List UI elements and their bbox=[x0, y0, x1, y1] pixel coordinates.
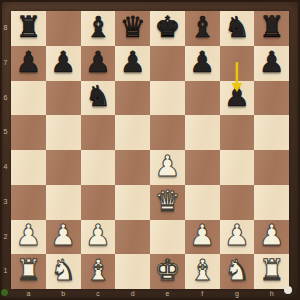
square-a1[interactable]: ♜ bbox=[11, 254, 46, 289]
piece-black-knight-g8[interactable]: ♞ bbox=[224, 13, 250, 42]
square-f6[interactable] bbox=[185, 81, 220, 116]
file-label-a: a bbox=[11, 289, 46, 300]
square-g5[interactable] bbox=[220, 115, 255, 150]
piece-black-pawn-a7[interactable]: ♟ bbox=[15, 48, 41, 77]
square-g8[interactable]: ♞ bbox=[220, 11, 255, 46]
piece-white-pawn-c2[interactable]: ♟ bbox=[85, 221, 111, 250]
file-label-g: g bbox=[220, 289, 255, 300]
square-b1[interactable]: ♞ bbox=[46, 254, 81, 289]
piece-white-pawn-f2[interactable]: ♟ bbox=[189, 221, 215, 250]
chess-app: 87654321 abcdefgh ♜♝♛♚♝♞♜♟♟♟♟♟♟♞♟♟♛♟♟♟♟♟… bbox=[0, 0, 300, 300]
square-b8[interactable] bbox=[46, 11, 81, 46]
square-e2[interactable] bbox=[150, 220, 185, 255]
rank-label-4: 4 bbox=[0, 150, 11, 185]
square-a4[interactable] bbox=[11, 150, 46, 185]
rank-label-2: 2 bbox=[0, 220, 11, 255]
piece-black-pawn-h7[interactable]: ♟ bbox=[259, 48, 285, 77]
file-label-d: d bbox=[115, 289, 150, 300]
square-f2[interactable]: ♟ bbox=[185, 220, 220, 255]
piece-black-rook-a8[interactable]: ♜ bbox=[15, 13, 41, 42]
rank-label-5: 5 bbox=[0, 115, 11, 150]
square-a8[interactable]: ♜ bbox=[11, 11, 46, 46]
piece-white-rook-a1[interactable]: ♜ bbox=[15, 256, 41, 285]
square-d4[interactable] bbox=[115, 150, 150, 185]
square-f8[interactable]: ♝ bbox=[185, 11, 220, 46]
square-e4[interactable]: ♟ bbox=[150, 150, 185, 185]
square-f7[interactable]: ♟ bbox=[185, 46, 220, 81]
square-d3[interactable] bbox=[115, 185, 150, 220]
square-d1[interactable] bbox=[115, 254, 150, 289]
square-c7[interactable]: ♟ bbox=[81, 46, 116, 81]
piece-black-pawn-d7[interactable]: ♟ bbox=[120, 48, 146, 77]
piece-black-bishop-c8[interactable]: ♝ bbox=[85, 13, 111, 42]
piece-white-knight-g1[interactable]: ♞ bbox=[224, 256, 250, 285]
square-g6[interactable]: ♟ bbox=[220, 81, 255, 116]
piece-black-pawn-b7[interactable]: ♟ bbox=[50, 48, 76, 77]
rank-label-6: 6 bbox=[0, 81, 11, 116]
piece-white-bishop-c1[interactable]: ♝ bbox=[85, 256, 111, 285]
square-c5[interactable] bbox=[81, 115, 116, 150]
square-b6[interactable] bbox=[46, 81, 81, 116]
square-h4[interactable] bbox=[254, 150, 289, 185]
square-e1[interactable]: ♚ bbox=[150, 254, 185, 289]
square-f4[interactable] bbox=[185, 150, 220, 185]
square-d5[interactable] bbox=[115, 115, 150, 150]
square-a7[interactable]: ♟ bbox=[11, 46, 46, 81]
square-d8[interactable]: ♛ bbox=[115, 11, 150, 46]
piece-white-king-e1[interactable]: ♚ bbox=[154, 256, 180, 285]
square-c8[interactable]: ♝ bbox=[81, 11, 116, 46]
piece-white-pawn-g2[interactable]: ♟ bbox=[224, 221, 250, 250]
square-h1[interactable]: ♜ bbox=[254, 254, 289, 289]
square-f3[interactable] bbox=[185, 185, 220, 220]
square-h5[interactable] bbox=[254, 115, 289, 150]
piece-black-bishop-f8[interactable]: ♝ bbox=[189, 13, 215, 42]
piece-black-queen-d8[interactable]: ♛ bbox=[120, 13, 146, 42]
file-label-f: f bbox=[185, 289, 220, 300]
square-a3[interactable] bbox=[11, 185, 46, 220]
piece-black-pawn-f7[interactable]: ♟ bbox=[189, 48, 215, 77]
square-h6[interactable] bbox=[254, 81, 289, 116]
square-e8[interactable]: ♚ bbox=[150, 11, 185, 46]
square-g1[interactable]: ♞ bbox=[220, 254, 255, 289]
file-label-e: e bbox=[150, 289, 185, 300]
piece-white-bishop-f1[interactable]: ♝ bbox=[189, 256, 215, 285]
square-h7[interactable]: ♟ bbox=[254, 46, 289, 81]
square-b5[interactable] bbox=[46, 115, 81, 150]
square-e6[interactable] bbox=[150, 81, 185, 116]
square-c3[interactable] bbox=[81, 185, 116, 220]
piece-black-king-e8[interactable]: ♚ bbox=[154, 13, 180, 42]
square-c6[interactable]: ♞ bbox=[81, 81, 116, 116]
piece-white-pawn-h2[interactable]: ♟ bbox=[259, 221, 285, 250]
white-to-move-indicator bbox=[284, 286, 292, 294]
square-a5[interactable] bbox=[11, 115, 46, 150]
piece-black-rook-h8[interactable]: ♜ bbox=[259, 13, 285, 42]
chess-board[interactable]: ♜♝♛♚♝♞♜♟♟♟♟♟♟♞♟♟♛♟♟♟♟♟♟♜♞♝♚♝♞♜ bbox=[11, 11, 289, 289]
square-f5[interactable] bbox=[185, 115, 220, 150]
square-e3[interactable]: ♛ bbox=[150, 185, 185, 220]
rank-label-1: 1 bbox=[0, 254, 11, 289]
square-b7[interactable]: ♟ bbox=[46, 46, 81, 81]
square-g4[interactable] bbox=[220, 150, 255, 185]
square-d7[interactable]: ♟ bbox=[115, 46, 150, 81]
square-e5[interactable] bbox=[150, 115, 185, 150]
square-c1[interactable]: ♝ bbox=[81, 254, 116, 289]
square-e7[interactable] bbox=[150, 46, 185, 81]
square-g7[interactable] bbox=[220, 46, 255, 81]
file-label-b: b bbox=[46, 289, 81, 300]
rank-label-8: 8 bbox=[0, 11, 11, 46]
square-b3[interactable] bbox=[46, 185, 81, 220]
piece-black-pawn-g6[interactable]: ♟ bbox=[224, 82, 250, 111]
square-c2[interactable]: ♟ bbox=[81, 220, 116, 255]
square-d2[interactable] bbox=[115, 220, 150, 255]
piece-white-pawn-b2[interactable]: ♟ bbox=[50, 221, 76, 250]
piece-black-pawn-c7[interactable]: ♟ bbox=[85, 48, 111, 77]
square-a2[interactable]: ♟ bbox=[11, 220, 46, 255]
square-c4[interactable] bbox=[81, 150, 116, 185]
rank-label-7: 7 bbox=[0, 46, 11, 81]
square-d6[interactable] bbox=[115, 81, 150, 116]
square-a6[interactable] bbox=[11, 81, 46, 116]
square-b2[interactable]: ♟ bbox=[46, 220, 81, 255]
square-g3[interactable] bbox=[220, 185, 255, 220]
file-label-c: c bbox=[81, 289, 116, 300]
square-f1[interactable]: ♝ bbox=[185, 254, 220, 289]
square-g2[interactable]: ♟ bbox=[220, 220, 255, 255]
square-h8[interactable]: ♜ bbox=[254, 11, 289, 46]
piece-white-queen-e3[interactable]: ♛ bbox=[154, 187, 180, 216]
piece-white-pawn-a2[interactable]: ♟ bbox=[15, 221, 41, 250]
square-h2[interactable]: ♟ bbox=[254, 220, 289, 255]
piece-white-knight-b1[interactable]: ♞ bbox=[50, 256, 76, 285]
piece-black-knight-c6[interactable]: ♞ bbox=[85, 82, 111, 111]
piece-white-pawn-e4[interactable]: ♟ bbox=[154, 152, 180, 181]
green-status-dot bbox=[1, 289, 8, 296]
piece-white-rook-h1[interactable]: ♜ bbox=[259, 256, 285, 285]
rank-label-3: 3 bbox=[0, 185, 11, 220]
square-b4[interactable] bbox=[46, 150, 81, 185]
square-h3[interactable] bbox=[254, 185, 289, 220]
